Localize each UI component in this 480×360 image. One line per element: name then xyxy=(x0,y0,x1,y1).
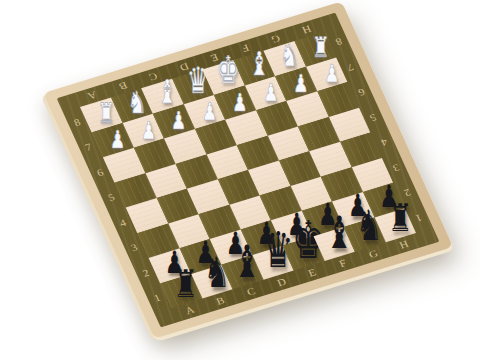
white-rook-a8: ♜ xyxy=(97,100,115,127)
white-pawn-b7: ♟ xyxy=(140,119,156,142)
board-grid: ♜♞♝♛♚♝♞♜♟♟♟♟♟♟♟♟♟♟♟♟♟♟♟♟♜♞♝♛♚♝♞♜ xyxy=(80,32,416,308)
white-rook-h8: ♜ xyxy=(311,34,329,61)
white-pawn-d7: ♟ xyxy=(202,100,218,123)
white-pawn-a7: ♟ xyxy=(110,128,126,151)
chessboard: ABCDEFGH ABCDEFGH 87654321 87654321 ♜♞♝♛… xyxy=(43,1,453,338)
board-outer-wood: ABCDEFGH ABCDEFGH 87654321 87654321 ♜♞♝♛… xyxy=(43,1,453,338)
white-pawn-e7: ♟ xyxy=(232,90,248,113)
white-pawn-c7: ♟ xyxy=(171,109,187,132)
white-pawn-f7: ♟ xyxy=(263,81,279,104)
board-frame: ABCDEFGH ABCDEFGH 87654321 87654321 ♜♞♝♛… xyxy=(57,13,440,328)
white-pawn-g7: ♟ xyxy=(293,72,309,95)
white-pawn-h7: ♟ xyxy=(324,62,340,85)
